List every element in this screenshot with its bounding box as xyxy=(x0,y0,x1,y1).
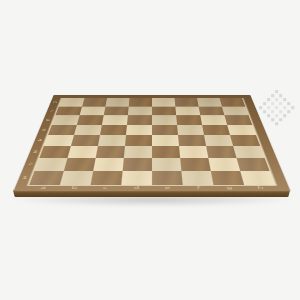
square-c7 xyxy=(104,107,129,116)
square-e2 xyxy=(152,158,181,171)
square-a3 xyxy=(39,146,71,158)
square-b4 xyxy=(71,135,100,146)
board-grid xyxy=(29,98,275,185)
square-g7 xyxy=(199,107,225,116)
square-h2 xyxy=(236,158,269,171)
square-g3 xyxy=(206,146,236,158)
square-a4 xyxy=(44,135,74,146)
square-e8 xyxy=(152,98,175,106)
square-d5 xyxy=(126,125,152,135)
square-e3 xyxy=(152,146,180,158)
square-a1 xyxy=(29,171,64,185)
file-label-a: a xyxy=(27,185,60,191)
board-perspective-wrapper: abcdefgh 12345678 xyxy=(37,20,267,250)
square-d3 xyxy=(124,146,152,158)
square-e6 xyxy=(152,115,177,124)
square-g1 xyxy=(211,171,244,185)
square-c3 xyxy=(96,146,125,158)
square-e5 xyxy=(152,125,178,135)
chessboard: abcdefgh 12345678 xyxy=(13,95,290,191)
square-d8 xyxy=(129,98,152,106)
file-label-c: c xyxy=(89,185,121,191)
square-f6 xyxy=(176,115,202,124)
file-label-h: h xyxy=(244,185,277,191)
square-h5 xyxy=(227,125,256,135)
square-c5 xyxy=(100,125,127,135)
square-d6 xyxy=(127,115,152,124)
file-label-d: d xyxy=(121,185,152,191)
file-label-b: b xyxy=(58,185,90,191)
square-f5 xyxy=(177,125,204,135)
square-h8 xyxy=(220,98,246,106)
square-f7 xyxy=(175,107,200,116)
square-f1 xyxy=(181,171,213,185)
square-a8 xyxy=(59,98,85,106)
square-b6 xyxy=(77,115,104,124)
square-h3 xyxy=(233,146,265,158)
square-a2 xyxy=(34,158,67,171)
square-g8 xyxy=(197,98,222,106)
square-g6 xyxy=(200,115,227,124)
square-b7 xyxy=(80,107,106,116)
square-c6 xyxy=(102,115,128,124)
square-e4 xyxy=(152,135,179,146)
square-g4 xyxy=(204,135,233,146)
file-label-g: g xyxy=(213,185,245,191)
square-d2 xyxy=(123,158,152,171)
product-photo: abcdefgh 12345678 xyxy=(0,0,300,300)
square-f2 xyxy=(180,158,211,171)
square-b2 xyxy=(64,158,96,171)
square-b5 xyxy=(74,125,102,135)
file-label-f: f xyxy=(183,185,215,191)
square-d1 xyxy=(121,171,152,185)
square-h4 xyxy=(230,135,260,146)
square-h6 xyxy=(224,115,252,124)
square-a6 xyxy=(52,115,80,124)
square-h7 xyxy=(222,107,249,116)
square-a5 xyxy=(48,125,77,135)
square-e7 xyxy=(152,107,176,116)
square-c2 xyxy=(93,158,124,171)
square-c1 xyxy=(91,171,123,185)
square-f8 xyxy=(175,98,199,106)
square-f4 xyxy=(178,135,206,146)
square-b8 xyxy=(82,98,107,106)
square-g2 xyxy=(208,158,240,171)
square-b3 xyxy=(68,146,98,158)
square-e1 xyxy=(152,171,183,185)
square-f3 xyxy=(179,146,208,158)
square-b1 xyxy=(60,171,93,185)
square-d4 xyxy=(125,135,152,146)
square-d7 xyxy=(128,107,152,116)
square-g5 xyxy=(202,125,230,135)
square-c8 xyxy=(105,98,129,106)
square-a7 xyxy=(55,107,82,116)
square-c4 xyxy=(98,135,126,146)
square-h1 xyxy=(240,171,275,185)
file-label-e: e xyxy=(152,185,183,191)
